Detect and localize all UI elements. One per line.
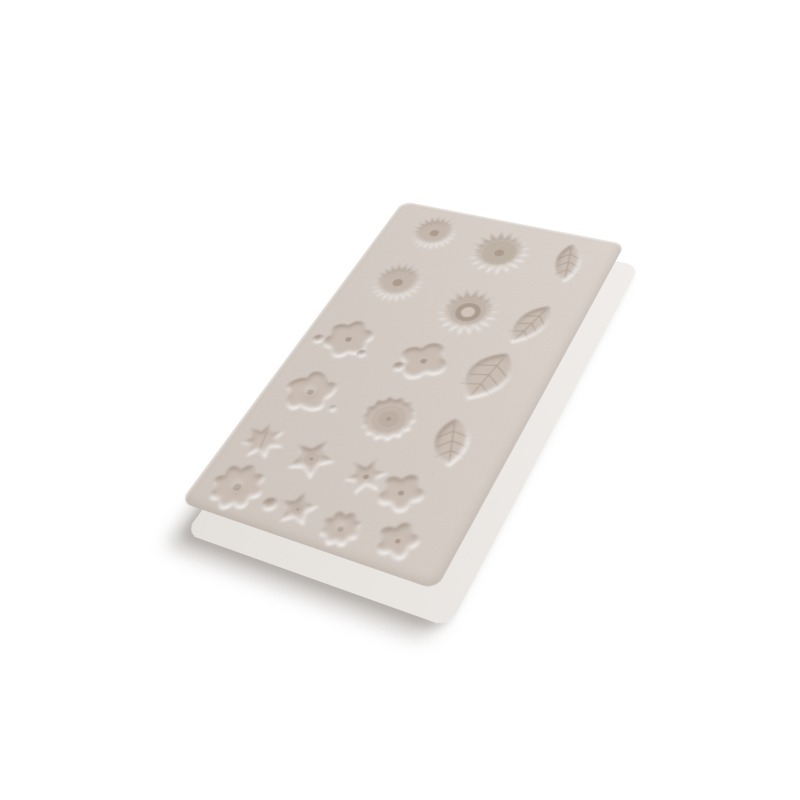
product-photo-stage: [0, 0, 800, 800]
silicone-mold: [180, 201, 625, 590]
